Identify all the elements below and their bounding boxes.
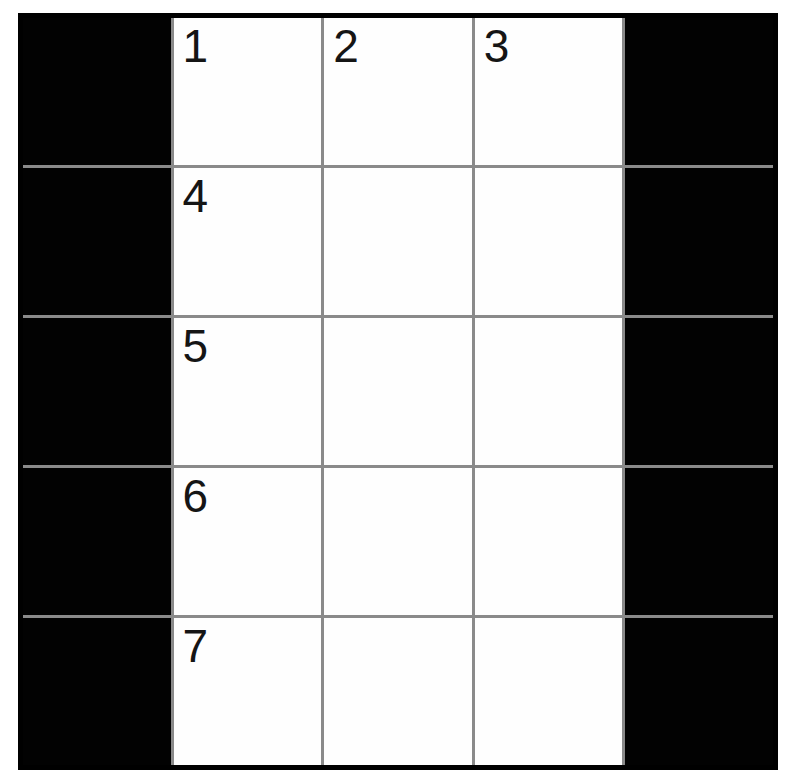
answer-cell[interactable]: 3 bbox=[475, 18, 623, 165]
answer-cell[interactable] bbox=[324, 318, 472, 465]
answer-cell[interactable] bbox=[324, 168, 472, 315]
answer-cell[interactable]: 5 bbox=[174, 318, 322, 465]
block-cell bbox=[625, 468, 773, 615]
answer-cell[interactable] bbox=[475, 468, 623, 615]
clue-number: 5 bbox=[183, 321, 209, 372]
clue-number: 3 bbox=[484, 21, 510, 72]
clue-number: 6 bbox=[183, 471, 209, 522]
clue-number: 7 bbox=[183, 621, 209, 672]
answer-cell[interactable]: 1 bbox=[174, 18, 322, 165]
answer-cell[interactable] bbox=[475, 618, 623, 765]
clue-number: 4 bbox=[183, 171, 209, 222]
answer-cell[interactable]: 2 bbox=[324, 18, 472, 165]
answer-cell[interactable] bbox=[475, 168, 623, 315]
answer-cell[interactable] bbox=[475, 318, 623, 465]
block-cell bbox=[625, 18, 773, 165]
answer-cell[interactable] bbox=[324, 618, 472, 765]
clue-number: 2 bbox=[333, 21, 359, 72]
answer-cell[interactable] bbox=[324, 468, 472, 615]
block-cell bbox=[23, 18, 171, 165]
block-cell bbox=[625, 618, 773, 765]
block-cell bbox=[625, 168, 773, 315]
block-cell bbox=[23, 618, 171, 765]
answer-cell[interactable]: 4 bbox=[174, 168, 322, 315]
block-cell bbox=[23, 168, 171, 315]
block-cell bbox=[23, 318, 171, 465]
block-cell bbox=[23, 468, 171, 615]
answer-cell[interactable]: 7 bbox=[174, 618, 322, 765]
clue-number: 1 bbox=[183, 21, 209, 72]
block-cell bbox=[625, 318, 773, 465]
answer-cell[interactable]: 6 bbox=[174, 468, 322, 615]
crossword-board: 1234567 bbox=[18, 13, 778, 770]
